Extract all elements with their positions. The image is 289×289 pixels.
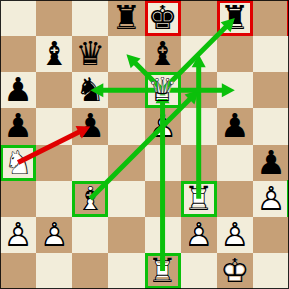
square-d4[interactable] xyxy=(108,145,144,181)
piece-glyph: ♙ xyxy=(217,217,253,253)
piece-glyph: ♟ xyxy=(217,108,253,144)
square-d3[interactable] xyxy=(108,181,144,217)
square-c4[interactable] xyxy=(72,145,108,181)
piece-black-rook[interactable]: ♜ xyxy=(108,0,144,36)
square-b6[interactable] xyxy=(36,72,72,108)
square-h7[interactable] xyxy=(253,36,289,72)
piece-glyph: ♔ xyxy=(217,253,253,289)
square-a3[interactable] xyxy=(0,181,36,217)
piece-black-bishop[interactable]: ♝ xyxy=(36,36,72,72)
piece-black-knight[interactable]: ♞ xyxy=(72,72,108,108)
piece-black-pawn[interactable]: ♟ xyxy=(253,145,289,181)
piece-glyph: ♙ xyxy=(253,181,289,217)
square-d2[interactable] xyxy=(108,217,144,253)
piece-white-knight[interactable]: ♞♘ xyxy=(0,145,36,181)
square-b1[interactable] xyxy=(36,253,72,289)
square-f5[interactable] xyxy=(181,108,217,144)
square-d7[interactable] xyxy=(108,36,144,72)
square-e4[interactable] xyxy=(145,145,181,181)
piece-glyph: ♞ xyxy=(72,72,108,108)
square-d6[interactable] xyxy=(108,72,144,108)
piece-glyph: ♗ xyxy=(72,181,108,217)
piece-white-king[interactable]: ♚♔ xyxy=(217,253,253,289)
square-c2[interactable] xyxy=(72,217,108,253)
piece-white-pawn[interactable]: ♟♙ xyxy=(253,181,289,217)
piece-glyph: ♜ xyxy=(108,0,144,36)
piece-glyph: ♟ xyxy=(253,145,289,181)
piece-white-bishop[interactable]: ♝♗ xyxy=(72,181,108,217)
square-e3[interactable] xyxy=(145,181,181,217)
square-d1[interactable] xyxy=(108,253,144,289)
piece-black-pawn[interactable]: ♟ xyxy=(0,108,36,144)
piece-glyph: ♝ xyxy=(145,36,181,72)
piece-black-pawn[interactable]: ♟ xyxy=(0,72,36,108)
piece-white-rook[interactable]: ♜♖ xyxy=(145,253,181,289)
square-a1[interactable] xyxy=(0,253,36,289)
piece-glyph: ♚ xyxy=(145,0,181,36)
piece-glyph: ♖ xyxy=(145,253,181,289)
piece-glyph: ♟ xyxy=(0,108,36,144)
piece-glyph: ♟ xyxy=(0,72,36,108)
square-b5[interactable] xyxy=(36,108,72,144)
piece-glyph: ♙ xyxy=(0,217,36,253)
square-h5[interactable] xyxy=(253,108,289,144)
square-h6[interactable] xyxy=(253,72,289,108)
square-a8[interactable] xyxy=(0,0,36,36)
square-c8[interactable] xyxy=(72,0,108,36)
piece-glyph: ♙ xyxy=(181,217,217,253)
square-b4[interactable] xyxy=(36,145,72,181)
square-h1[interactable] xyxy=(253,253,289,289)
square-f1[interactable] xyxy=(181,253,217,289)
square-b3[interactable] xyxy=(36,181,72,217)
square-f4[interactable] xyxy=(181,145,217,181)
piece-white-pawn[interactable]: ♟♙ xyxy=(217,217,253,253)
piece-black-queen[interactable]: ♛ xyxy=(72,36,108,72)
piece-glyph: ♕ xyxy=(145,72,181,108)
piece-glyph: ♟ xyxy=(72,108,108,144)
piece-glyph: ♝ xyxy=(36,36,72,72)
piece-black-pawn[interactable]: ♟ xyxy=(72,108,108,144)
piece-glyph: ♙ xyxy=(36,217,72,253)
piece-glyph: ♙ xyxy=(145,108,181,144)
square-f8[interactable] xyxy=(181,0,217,36)
square-g4[interactable] xyxy=(217,145,253,181)
square-h8[interactable] xyxy=(253,0,289,36)
piece-black-pawn[interactable]: ♟ xyxy=(217,108,253,144)
square-f6[interactable] xyxy=(181,72,217,108)
piece-white-queen[interactable]: ♛♕ xyxy=(145,72,181,108)
piece-glyph: ♜ xyxy=(217,0,253,36)
square-c1[interactable] xyxy=(72,253,108,289)
piece-white-pawn[interactable]: ♟♙ xyxy=(0,217,36,253)
piece-white-rook[interactable]: ♜♖ xyxy=(181,181,217,217)
piece-glyph: ♖ xyxy=(181,181,217,217)
piece-glyph: ♘ xyxy=(0,145,36,181)
piece-white-pawn[interactable]: ♟♙ xyxy=(181,217,217,253)
square-f7[interactable] xyxy=(181,36,217,72)
piece-black-bishop[interactable]: ♝ xyxy=(145,36,181,72)
piece-black-king[interactable]: ♚ xyxy=(145,0,181,36)
piece-white-pawn[interactable]: ♟♙ xyxy=(36,217,72,253)
square-h2[interactable] xyxy=(253,217,289,253)
piece-white-pawn[interactable]: ♟♙ xyxy=(145,108,181,144)
square-e2[interactable] xyxy=(145,217,181,253)
piece-glyph: ♛ xyxy=(72,36,108,72)
piece-black-rook[interactable]: ♜ xyxy=(217,0,253,36)
square-g7[interactable] xyxy=(217,36,253,72)
square-a7[interactable] xyxy=(0,36,36,72)
square-b8[interactable] xyxy=(36,0,72,36)
square-d5[interactable] xyxy=(108,108,144,144)
square-g3[interactable] xyxy=(217,181,253,217)
chess-board: ♜♚♜♝♛♝♟♞♛♕♟♟♟♙♟♞♘♟♝♗♜♖♟♙♟♙♟♙♟♙♟♙♜♖♚♔ xyxy=(0,0,289,289)
square-g6[interactable] xyxy=(217,72,253,108)
